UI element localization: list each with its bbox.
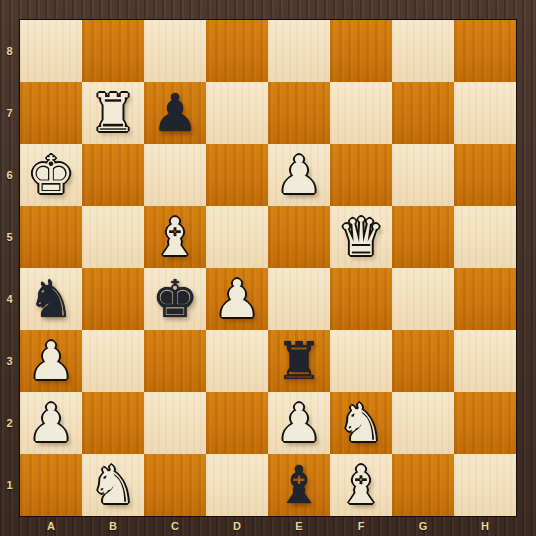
square-c8[interactable] (144, 20, 206, 82)
white-queen: ♛ (338, 206, 385, 268)
square-a1[interactable] (20, 454, 82, 516)
square-d7[interactable] (206, 82, 268, 144)
square-b7[interactable]: ♜ (82, 82, 144, 144)
square-h8[interactable] (454, 20, 516, 82)
square-d4[interactable]: ♟ (206, 268, 268, 330)
square-c7[interactable]: ♟ (144, 82, 206, 144)
square-g5[interactable] (392, 206, 454, 268)
black-king: ♚ (152, 268, 199, 330)
square-g4[interactable] (392, 268, 454, 330)
white-pawn: ♟ (214, 268, 261, 330)
square-h3[interactable] (454, 330, 516, 392)
rank-label-5: 5 (0, 206, 19, 268)
chess-board-frame: 87654321 ABCDEFGH ♜♟♚♟♝♛♞♚♟♟♜♟♟♞♞♝♝ (0, 0, 536, 536)
square-b1[interactable]: ♞ (82, 454, 144, 516)
square-g2[interactable] (392, 392, 454, 454)
square-f4[interactable] (330, 268, 392, 330)
square-h2[interactable] (454, 392, 516, 454)
square-e4[interactable] (268, 268, 330, 330)
white-knight: ♞ (338, 392, 385, 454)
square-d8[interactable] (206, 20, 268, 82)
square-b2[interactable] (82, 392, 144, 454)
square-g6[interactable] (392, 144, 454, 206)
square-a6[interactable]: ♚ (20, 144, 82, 206)
white-bishop: ♝ (152, 206, 199, 268)
square-a8[interactable] (20, 20, 82, 82)
white-bishop: ♝ (338, 454, 385, 516)
rank-label-8: 8 (0, 20, 19, 82)
square-e5[interactable] (268, 206, 330, 268)
black-bishop: ♝ (276, 454, 323, 516)
file-label-h: H (454, 516, 516, 536)
square-h6[interactable] (454, 144, 516, 206)
square-a7[interactable] (20, 82, 82, 144)
file-label-g: G (392, 516, 454, 536)
square-e8[interactable] (268, 20, 330, 82)
square-g7[interactable] (392, 82, 454, 144)
black-knight: ♞ (28, 268, 75, 330)
square-c5[interactable]: ♝ (144, 206, 206, 268)
square-h1[interactable] (454, 454, 516, 516)
square-e3[interactable]: ♜ (268, 330, 330, 392)
square-f8[interactable] (330, 20, 392, 82)
square-f2[interactable]: ♞ (330, 392, 392, 454)
square-c6[interactable] (144, 144, 206, 206)
white-pawn: ♟ (276, 144, 323, 206)
square-e1[interactable]: ♝ (268, 454, 330, 516)
black-pawn: ♟ (152, 82, 199, 144)
file-label-c: C (144, 516, 206, 536)
square-b4[interactable] (82, 268, 144, 330)
square-e7[interactable] (268, 82, 330, 144)
file-label-f: F (330, 516, 392, 536)
square-b6[interactable] (82, 144, 144, 206)
square-c3[interactable] (144, 330, 206, 392)
square-f3[interactable] (330, 330, 392, 392)
square-d3[interactable] (206, 330, 268, 392)
square-b5[interactable] (82, 206, 144, 268)
square-f5[interactable]: ♛ (330, 206, 392, 268)
square-d6[interactable] (206, 144, 268, 206)
square-g1[interactable] (392, 454, 454, 516)
square-h7[interactable] (454, 82, 516, 144)
white-pawn: ♟ (28, 330, 75, 392)
square-f7[interactable] (330, 82, 392, 144)
white-king: ♚ (28, 144, 75, 206)
file-label-d: D (206, 516, 268, 536)
black-rook: ♜ (276, 330, 323, 392)
square-a5[interactable] (20, 206, 82, 268)
square-c2[interactable] (144, 392, 206, 454)
white-pawn: ♟ (276, 392, 323, 454)
rank-label-7: 7 (0, 82, 19, 144)
square-a3[interactable]: ♟ (20, 330, 82, 392)
file-label-e: E (268, 516, 330, 536)
white-rook: ♜ (90, 82, 137, 144)
chess-board: ♜♟♚♟♝♛♞♚♟♟♜♟♟♞♞♝♝ (19, 19, 517, 517)
rank-label-6: 6 (0, 144, 19, 206)
square-h4[interactable] (454, 268, 516, 330)
square-e2[interactable]: ♟ (268, 392, 330, 454)
square-a4[interactable]: ♞ (20, 268, 82, 330)
square-c4[interactable]: ♚ (144, 268, 206, 330)
square-b3[interactable] (82, 330, 144, 392)
square-f6[interactable] (330, 144, 392, 206)
rank-label-2: 2 (0, 392, 19, 454)
square-d1[interactable] (206, 454, 268, 516)
square-c1[interactable] (144, 454, 206, 516)
white-pawn: ♟ (28, 392, 75, 454)
square-h5[interactable] (454, 206, 516, 268)
square-b8[interactable] (82, 20, 144, 82)
file-label-a: A (20, 516, 82, 536)
white-knight: ♞ (90, 454, 137, 516)
rank-label-4: 4 (0, 268, 19, 330)
square-a2[interactable]: ♟ (20, 392, 82, 454)
rank-label-1: 1 (0, 454, 19, 516)
square-d5[interactable] (206, 206, 268, 268)
square-f1[interactable]: ♝ (330, 454, 392, 516)
square-d2[interactable] (206, 392, 268, 454)
square-g3[interactable] (392, 330, 454, 392)
square-g8[interactable] (392, 20, 454, 82)
square-e6[interactable]: ♟ (268, 144, 330, 206)
file-label-b: B (82, 516, 144, 536)
rank-label-3: 3 (0, 330, 19, 392)
